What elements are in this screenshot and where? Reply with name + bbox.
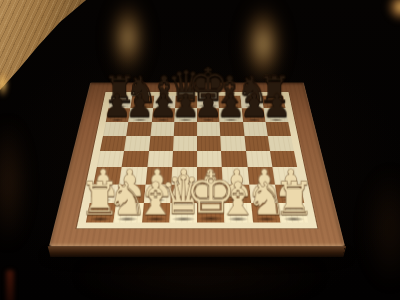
square-a5[interactable] bbox=[100, 136, 126, 151]
square-h5[interactable] bbox=[268, 136, 294, 151]
square-f5[interactable] bbox=[221, 136, 246, 151]
square-h6[interactable] bbox=[265, 122, 291, 136]
square-a6[interactable] bbox=[103, 122, 129, 136]
piece-white-rook[interactable]: ♜ bbox=[274, 176, 315, 222]
square-c5[interactable] bbox=[149, 136, 174, 151]
square-h7[interactable]: ♟ bbox=[263, 108, 288, 121]
square-f6[interactable] bbox=[220, 122, 244, 136]
square-d5[interactable] bbox=[173, 136, 197, 151]
board-front-edge-face bbox=[48, 246, 346, 257]
square-b5[interactable] bbox=[124, 136, 150, 151]
square-d6[interactable] bbox=[173, 122, 197, 136]
square-e6[interactable] bbox=[197, 122, 221, 136]
piece-black-pawn[interactable]: ♟ bbox=[262, 89, 291, 121]
scene: ♜♞♝♛♚♝♞♜♟♟♟♟♟♟♟♟♟♟♟♟♟♟♟♟♜♞♝♛♚♝♞♜ chess bbox=[0, 0, 400, 300]
square-g5[interactable] bbox=[244, 136, 270, 151]
square-b6[interactable] bbox=[126, 122, 151, 136]
square-c6[interactable] bbox=[150, 122, 174, 136]
square-h1[interactable]: ♜ bbox=[277, 203, 308, 223]
square-e5[interactable] bbox=[197, 136, 221, 151]
chessboard-3d: ♜♞♝♛♚♝♞♜♟♟♟♟♟♟♟♟♟♟♟♟♟♟♟♟♜♞♝♛♚♝♞♜ bbox=[49, 82, 345, 246]
square-g6[interactable] bbox=[243, 122, 268, 136]
board-grid: ♜♞♝♛♚♝♞♜♟♟♟♟♟♟♟♟♟♟♟♟♟♟♟♟♜♞♝♛♚♝♞♜ bbox=[86, 96, 308, 223]
board-frame: ♜♞♝♛♚♝♞♜♟♟♟♟♟♟♟♟♟♟♟♟♟♟♟♟♜♞♝♛♚♝♞♜ bbox=[49, 82, 345, 246]
